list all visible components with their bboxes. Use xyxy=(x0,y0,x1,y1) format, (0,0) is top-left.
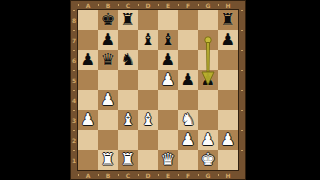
square-d1[interactable] xyxy=(138,150,158,170)
square-b5[interactable] xyxy=(98,70,118,90)
square-f4[interactable] xyxy=(178,90,198,110)
black-rook: ♜ xyxy=(121,12,136,29)
file-labels-bottom: ABCDEFGH xyxy=(78,170,238,180)
black-bishop: ♝ xyxy=(161,32,176,49)
file-label-g: G xyxy=(206,172,211,179)
rank-label-4: 4 xyxy=(72,97,76,104)
square-e2[interactable] xyxy=(158,130,178,150)
square-a5[interactable] xyxy=(78,70,98,90)
square-c6[interactable]: ♞ xyxy=(118,50,138,70)
square-a6[interactable]: ♟ xyxy=(78,50,98,70)
square-e8[interactable] xyxy=(158,10,178,30)
square-d3[interactable]: ♝ xyxy=(138,110,158,130)
square-h4[interactable] xyxy=(218,90,238,110)
square-h7[interactable]: ♟ xyxy=(218,30,238,50)
file-label-b: B xyxy=(106,2,111,9)
white-pawn: ♟ xyxy=(161,72,176,89)
board-grid: ♚♜♜♟♝♝♟♟♛♞♟♟♟♟♟♟♝♝♞♟♟♟♜♜♛♚ xyxy=(78,10,238,170)
square-c4[interactable] xyxy=(118,90,138,110)
square-c1[interactable]: ♜ xyxy=(118,150,138,170)
square-a7[interactable] xyxy=(78,30,98,50)
rank-label-1: 1 xyxy=(72,157,76,164)
file-label-a: A xyxy=(86,172,91,179)
square-b6[interactable]: ♛ xyxy=(98,50,118,70)
rank-label-7: 7 xyxy=(72,37,76,44)
rank-ticks-right xyxy=(238,10,246,170)
file-label-c: C xyxy=(126,172,130,179)
file-label-g: G xyxy=(206,2,211,9)
file-label-h: H xyxy=(225,172,230,179)
square-e1[interactable]: ♛ xyxy=(158,150,178,170)
black-pawn: ♟ xyxy=(201,72,216,89)
white-bishop: ♝ xyxy=(141,112,156,129)
file-label-a: A xyxy=(86,2,91,9)
file-label-b: B xyxy=(106,172,111,179)
black-queen: ♛ xyxy=(101,52,116,69)
white-queen: ♛ xyxy=(161,152,176,169)
square-d2[interactable] xyxy=(138,130,158,150)
square-d6[interactable] xyxy=(138,50,158,70)
square-a8[interactable] xyxy=(78,10,98,30)
square-h5[interactable] xyxy=(218,70,238,90)
square-e7[interactable]: ♝ xyxy=(158,30,178,50)
square-h3[interactable] xyxy=(218,110,238,130)
square-a2[interactable] xyxy=(78,130,98,150)
black-pawn: ♟ xyxy=(101,32,116,49)
square-c3[interactable]: ♝ xyxy=(118,110,138,130)
black-pawn: ♟ xyxy=(221,32,236,49)
square-f7[interactable] xyxy=(178,30,198,50)
black-pawn: ♟ xyxy=(161,52,176,69)
file-label-e: E xyxy=(166,2,170,9)
square-b2[interactable] xyxy=(98,130,118,150)
file-label-h: H xyxy=(225,2,230,9)
square-g1[interactable]: ♚ xyxy=(198,150,218,170)
square-g3[interactable] xyxy=(198,110,218,130)
square-h6[interactable] xyxy=(218,50,238,70)
white-knight: ♞ xyxy=(181,112,196,129)
black-knight: ♞ xyxy=(121,52,136,69)
square-f3[interactable]: ♞ xyxy=(178,110,198,130)
square-g6[interactable] xyxy=(198,50,218,70)
square-c2[interactable] xyxy=(118,130,138,150)
square-b1[interactable]: ♜ xyxy=(98,150,118,170)
white-king: ♚ xyxy=(201,152,216,169)
square-b4[interactable]: ♟ xyxy=(98,90,118,110)
white-rook: ♜ xyxy=(121,152,136,169)
square-d8[interactable] xyxy=(138,10,158,30)
chess-board: ABCDEFGH ABCDEFGH 87654321 ♚♜♜♟♝♝♟♟♛♞♟♟♟… xyxy=(70,0,246,180)
square-h8[interactable]: ♜ xyxy=(218,10,238,30)
rank-labels-left: 87654321 xyxy=(70,10,78,170)
white-pawn: ♟ xyxy=(201,132,216,149)
rank-label-2: 2 xyxy=(72,137,76,144)
rank-label-6: 6 xyxy=(72,57,76,64)
app-screen: ABCDEFGH ABCDEFGH 87654321 ♚♜♜♟♝♝♟♟♛♞♟♟♟… xyxy=(0,0,320,180)
square-c8[interactable]: ♜ xyxy=(118,10,138,30)
square-c7[interactable] xyxy=(118,30,138,50)
square-c5[interactable] xyxy=(118,70,138,90)
black-pawn: ♟ xyxy=(181,72,196,89)
file-labels-top: ABCDEFGH xyxy=(78,0,238,10)
file-label-d: D xyxy=(146,172,151,179)
square-e5[interactable]: ♟ xyxy=(158,70,178,90)
white-pawn: ♟ xyxy=(181,132,196,149)
square-a4[interactable] xyxy=(78,90,98,110)
black-rook: ♜ xyxy=(221,12,236,29)
white-pawn: ♟ xyxy=(101,92,116,109)
square-h1[interactable] xyxy=(218,150,238,170)
square-g5[interactable]: ♟ xyxy=(198,70,218,90)
square-g8[interactable] xyxy=(198,10,218,30)
file-label-f: F xyxy=(186,2,190,9)
square-e4[interactable] xyxy=(158,90,178,110)
black-bishop: ♝ xyxy=(141,32,156,49)
square-g4[interactable] xyxy=(198,90,218,110)
file-label-d: D xyxy=(146,2,151,9)
square-h2[interactable]: ♟ xyxy=(218,130,238,150)
file-label-e: E xyxy=(166,172,170,179)
rank-label-8: 8 xyxy=(72,17,76,24)
square-f5[interactable]: ♟ xyxy=(178,70,198,90)
square-d5[interactable] xyxy=(138,70,158,90)
square-b3[interactable] xyxy=(98,110,118,130)
square-a1[interactable] xyxy=(78,150,98,170)
white-rook: ♜ xyxy=(101,152,116,169)
square-g7[interactable] xyxy=(198,30,218,50)
square-e3[interactable] xyxy=(158,110,178,130)
file-label-c: C xyxy=(126,2,130,9)
square-f8[interactable] xyxy=(178,10,198,30)
white-bishop: ♝ xyxy=(121,112,136,129)
square-g2[interactable]: ♟ xyxy=(198,130,218,150)
square-f2[interactable]: ♟ xyxy=(178,130,198,150)
square-f1[interactable] xyxy=(178,150,198,170)
black-pawn: ♟ xyxy=(81,52,96,69)
square-b7[interactable]: ♟ xyxy=(98,30,118,50)
white-pawn: ♟ xyxy=(221,132,236,149)
square-e6[interactable]: ♟ xyxy=(158,50,178,70)
square-d7[interactable]: ♝ xyxy=(138,30,158,50)
square-b8[interactable]: ♚ xyxy=(98,10,118,30)
black-king: ♚ xyxy=(101,12,116,29)
white-pawn: ♟ xyxy=(81,112,96,129)
square-f6[interactable] xyxy=(178,50,198,70)
rank-label-3: 3 xyxy=(72,117,76,124)
square-a3[interactable]: ♟ xyxy=(78,110,98,130)
file-label-f: F xyxy=(186,172,190,179)
square-d4[interactable] xyxy=(138,90,158,110)
rank-label-5: 5 xyxy=(72,77,76,84)
